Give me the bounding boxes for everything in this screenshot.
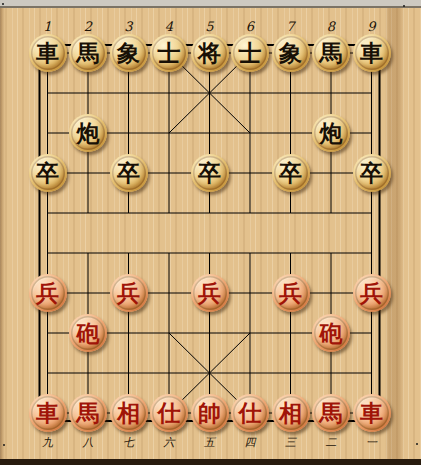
piece-character: 帥 [198, 402, 221, 425]
piece-black-soldier[interactable]: 卒 [110, 154, 148, 192]
piece-character: 士 [158, 42, 181, 65]
piece-red-soldier[interactable]: 兵 [191, 274, 229, 312]
piece-character: 仕 [239, 402, 262, 425]
piece-character: 卒 [36, 162, 59, 185]
piece-red-horse[interactable]: 馬 [312, 394, 350, 432]
piece-black-soldier[interactable]: 卒 [272, 154, 310, 192]
piece-red-chariot[interactable]: 車 [29, 394, 67, 432]
piece-red-horse[interactable]: 馬 [69, 394, 107, 432]
piece-black-soldier[interactable]: 卒 [191, 154, 229, 192]
xiangqi-app-window: 123456789 九八七六五四三二一 車馬象士将士象馬車炮炮卒卒卒卒卒兵兵兵兵… [0, 0, 421, 465]
piece-red-cannon[interactable]: 砲 [312, 314, 350, 352]
piece-character: 将 [198, 42, 221, 65]
piece-black-advisor[interactable]: 士 [150, 34, 188, 72]
piece-character: 卒 [360, 162, 383, 185]
piece-black-cannon[interactable]: 炮 [69, 114, 107, 152]
pieces-layer: 車馬象士将士象馬車炮炮卒卒卒卒卒兵兵兵兵兵砲砲車馬相仕帥仕相馬車 [0, 0, 421, 465]
piece-black-horse[interactable]: 馬 [312, 34, 350, 72]
corner-dot [403, 5, 405, 7]
piece-character: 馬 [77, 42, 100, 65]
piece-black-elephant[interactable]: 象 [110, 34, 148, 72]
piece-red-advisor[interactable]: 仕 [150, 394, 188, 432]
piece-character: 兵 [279, 282, 302, 305]
piece-character: 車 [360, 42, 383, 65]
piece-character: 馬 [77, 402, 100, 425]
piece-red-chariot[interactable]: 車 [353, 394, 391, 432]
piece-black-advisor[interactable]: 士 [231, 34, 269, 72]
piece-red-soldier[interactable]: 兵 [272, 274, 310, 312]
piece-black-cannon[interactable]: 炮 [312, 114, 350, 152]
piece-character: 車 [36, 42, 59, 65]
piece-character: 炮 [77, 122, 100, 145]
piece-black-general[interactable]: 将 [191, 34, 229, 72]
piece-character: 相 [279, 402, 302, 425]
piece-black-chariot[interactable]: 車 [353, 34, 391, 72]
piece-character: 馬 [320, 42, 343, 65]
piece-character: 兵 [360, 282, 383, 305]
piece-black-elephant[interactable]: 象 [272, 34, 310, 72]
piece-character: 卒 [279, 162, 302, 185]
piece-character: 兵 [117, 282, 140, 305]
piece-character: 相 [117, 402, 140, 425]
piece-black-soldier[interactable]: 卒 [29, 154, 67, 192]
piece-character: 炮 [320, 122, 343, 145]
piece-character: 馬 [320, 402, 343, 425]
piece-red-soldier[interactable]: 兵 [110, 274, 148, 312]
piece-red-elephant[interactable]: 相 [110, 394, 148, 432]
piece-character: 車 [360, 402, 383, 425]
piece-black-chariot[interactable]: 車 [29, 34, 67, 72]
piece-black-soldier[interactable]: 卒 [353, 154, 391, 192]
piece-character: 車 [36, 402, 59, 425]
piece-character: 仕 [158, 402, 181, 425]
piece-character: 兵 [36, 282, 59, 305]
piece-character: 砲 [77, 322, 100, 345]
piece-black-horse[interactable]: 馬 [69, 34, 107, 72]
piece-character: 士 [239, 42, 262, 65]
piece-character: 卒 [198, 162, 221, 185]
corner-dot [2, 3, 4, 5]
piece-character: 砲 [320, 322, 343, 345]
piece-character: 兵 [198, 282, 221, 305]
piece-character: 卒 [117, 162, 140, 185]
corner-dot [3, 444, 5, 446]
piece-red-soldier[interactable]: 兵 [353, 274, 391, 312]
piece-red-elephant[interactable]: 相 [272, 394, 310, 432]
piece-red-cannon[interactable]: 砲 [69, 314, 107, 352]
piece-red-general[interactable]: 帥 [191, 394, 229, 432]
piece-character: 象 [117, 42, 140, 65]
piece-red-advisor[interactable]: 仕 [231, 394, 269, 432]
corner-dot [416, 443, 418, 445]
piece-character: 象 [279, 42, 302, 65]
piece-red-soldier[interactable]: 兵 [29, 274, 67, 312]
